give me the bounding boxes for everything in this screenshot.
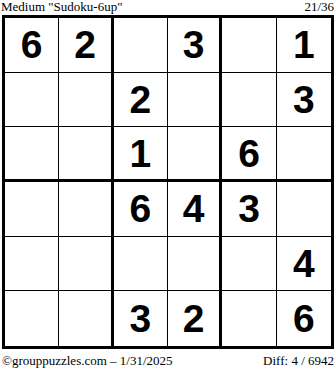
cell-r5c2-empty[interactable] (59, 237, 113, 292)
cell-r4c3-given: 6 (114, 182, 168, 237)
cell-r2c2-empty[interactable] (59, 73, 113, 128)
cell-r5c1-empty[interactable] (5, 237, 59, 292)
cell-r4c5-given: 3 (222, 182, 276, 237)
difficulty-text: Diff: 4 / 6942 (263, 353, 334, 368)
cell-r4c6-empty[interactable] (277, 182, 331, 237)
cell-r5c3-empty[interactable] (114, 237, 168, 292)
cell-r2c3-given: 2 (114, 73, 168, 128)
cell-r2c5-empty[interactable] (222, 73, 276, 128)
cell-r3c1-empty[interactable] (5, 127, 59, 182)
cell-r2c1-empty[interactable] (5, 73, 59, 128)
cell-r1c5-empty[interactable] (222, 18, 276, 73)
cell-r3c6-empty[interactable] (277, 127, 331, 182)
sudoku-grid: 623123166434326 (2, 15, 334, 349)
puzzle-title: Medium "Sudoku-6up" (1, 0, 122, 14)
cell-r4c2-empty[interactable] (59, 182, 113, 237)
cell-r6c2-empty[interactable] (59, 291, 113, 346)
cell-r5c5-empty[interactable] (222, 237, 276, 292)
cell-r3c3-given: 1 (114, 127, 168, 182)
cell-r1c4-given: 3 (168, 18, 222, 73)
footer: ©grouppuzzles.com – 1/31/2025 Diff: 4 / … (2, 353, 334, 368)
cell-r5c6-given: 4 (277, 237, 331, 292)
cell-r6c6-given: 6 (277, 291, 331, 346)
cell-r1c3-empty[interactable] (114, 18, 168, 73)
header: Medium "Sudoku-6up" 21/36 (1, 0, 334, 14)
cell-r3c5-given: 6 (222, 127, 276, 182)
cell-r2c4-empty[interactable] (168, 73, 222, 128)
puzzle-counter: 21/36 (304, 0, 334, 14)
cell-r4c4-given: 4 (168, 182, 222, 237)
cell-r6c1-empty[interactable] (5, 291, 59, 346)
cell-r1c1-given: 6 (5, 18, 59, 73)
cell-r1c6-given: 1 (277, 18, 331, 73)
puzzle-page: Medium "Sudoku-6up" 21/36 62312316643432… (0, 0, 336, 370)
cell-r1c2-given: 2 (59, 18, 113, 73)
cell-r3c2-empty[interactable] (59, 127, 113, 182)
cell-r6c5-empty[interactable] (222, 291, 276, 346)
cell-r6c3-given: 3 (114, 291, 168, 346)
cell-r5c4-empty[interactable] (168, 237, 222, 292)
cell-r4c1-empty[interactable] (5, 182, 59, 237)
copyright-text: ©grouppuzzles.com – 1/31/2025 (2, 353, 173, 368)
cell-r6c4-given: 2 (168, 291, 222, 346)
cell-r2c6-given: 3 (277, 73, 331, 128)
cell-r3c4-empty[interactable] (168, 127, 222, 182)
